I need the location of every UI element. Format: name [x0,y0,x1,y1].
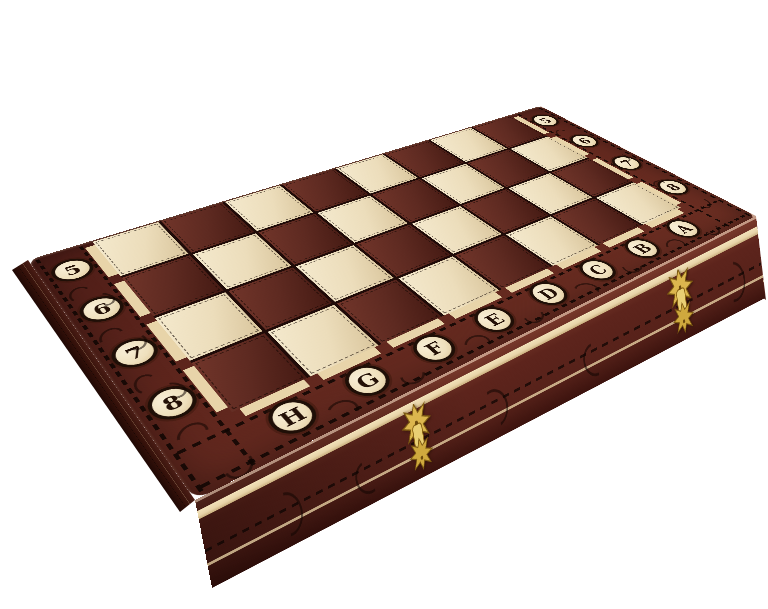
chess-box-photo: 56785678HGFEDCBA [0,0,768,609]
burn-curl-ornament [170,419,215,451]
burn-curl-ornament [618,258,646,275]
burn-curl-ornament [520,305,547,325]
